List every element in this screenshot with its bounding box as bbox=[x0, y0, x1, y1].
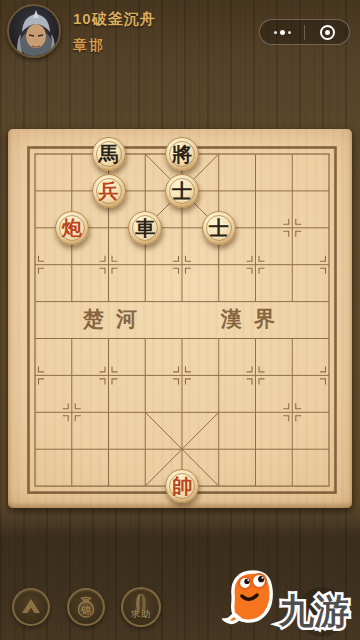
opponent-name: 章邯 bbox=[73, 37, 156, 55]
jiuyou-logo: 九游 bbox=[222, 566, 358, 638]
chevron-mountain-icon bbox=[19, 595, 43, 619]
piece-glyph: 士 bbox=[172, 174, 192, 208]
piece-black-車[interactable]: 車 bbox=[128, 211, 162, 245]
piece-red-帥[interactable]: 帥 bbox=[165, 469, 199, 503]
piece-glyph: 車 bbox=[135, 211, 155, 245]
piece-glyph: 兵 bbox=[99, 174, 119, 208]
piece-black-將[interactable]: 將 bbox=[165, 137, 199, 171]
piece-black-士[interactable]: 士 bbox=[202, 211, 236, 245]
exit-target-icon bbox=[320, 25, 335, 40]
piece-glyph: 士 bbox=[209, 211, 229, 245]
piece-glyph: 炮 bbox=[62, 211, 82, 245]
hint-bag-label: 锦 bbox=[69, 604, 103, 618]
collapse-button[interactable] bbox=[12, 588, 50, 626]
river-label-han: 漢界 bbox=[193, 305, 303, 333]
piece-red-炮[interactable]: 炮 bbox=[55, 211, 89, 245]
hint-bag-button[interactable]: 锦 bbox=[67, 588, 105, 626]
miniprogram-capsule bbox=[259, 19, 350, 45]
piece-black-馬[interactable]: 馬 bbox=[92, 137, 126, 171]
more-menu-button[interactable] bbox=[260, 20, 304, 44]
avatar bbox=[7, 4, 61, 58]
piece-red-兵[interactable]: 兵 bbox=[92, 174, 126, 208]
piece-glyph: 帥 bbox=[172, 469, 192, 503]
ask-help-button[interactable]: 求助 bbox=[121, 587, 161, 627]
jiuyou-logo-text: 九游 bbox=[278, 591, 349, 630]
piece-glyph: 馬 bbox=[99, 137, 119, 171]
warrior-portrait-icon bbox=[9, 6, 61, 58]
piece-black-士[interactable]: 士 bbox=[165, 174, 199, 208]
more-dots-icon bbox=[274, 30, 291, 35]
top-bar: 10破釜沉舟 章邯 bbox=[0, 0, 360, 62]
level-title: 10破釜沉舟 bbox=[73, 10, 156, 29]
ask-help-label: 求助 bbox=[123, 608, 159, 621]
piece-glyph: 將 bbox=[172, 137, 192, 171]
exit-button[interactable] bbox=[305, 20, 349, 44]
river-label-chu: 楚河 bbox=[55, 305, 165, 333]
xiangqi-app: { "game": "xiangqi", "header": { "title"… bbox=[0, 0, 360, 640]
